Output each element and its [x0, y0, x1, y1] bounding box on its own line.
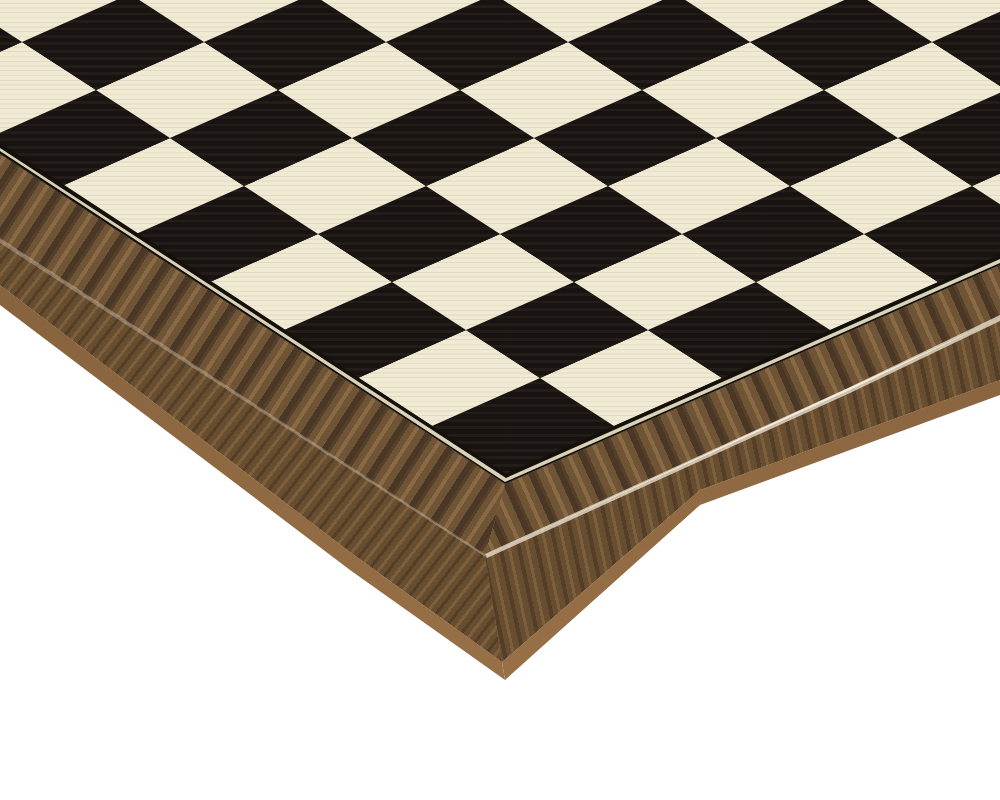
product-photo-scene [0, 0, 1000, 800]
